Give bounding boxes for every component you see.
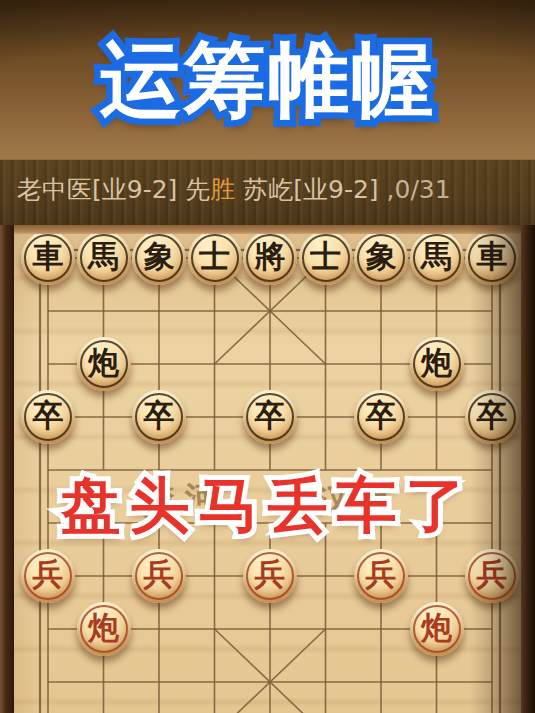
move-counter: ,0/31 (387, 175, 451, 204)
piece-character: 兵 (366, 559, 397, 590)
piece-red-兵[interactable]: 兵 (132, 549, 186, 603)
piece-red-兵[interactable]: 兵 (354, 549, 408, 603)
piece-character: 兵 (144, 559, 175, 590)
piece-black-炮[interactable]: 炮 (410, 337, 464, 391)
piece-black-卒[interactable]: 卒 (354, 390, 408, 444)
piece-character: 車 (33, 241, 64, 272)
piece-character: 馬 (421, 241, 452, 272)
piece-black-將[interactable]: 將 (243, 231, 297, 285)
xiangqi-app-screen: 运筹帷幄 运筹帷幄 老中医[业9-2] 先胜 苏屹[业9-2] ,0/31 楚河… (0, 0, 535, 713)
piece-black-士[interactable]: 士 (188, 231, 242, 285)
player-black: 苏屹[业9-2] (235, 175, 386, 204)
board-frame-top (0, 225, 535, 234)
piece-character: 炮 (421, 612, 452, 643)
caption-text: 盘头马丢车了 (0, 464, 535, 546)
piece-black-卒[interactable]: 卒 (132, 390, 186, 444)
piece-red-兵[interactable]: 兵 (243, 549, 297, 603)
piece-character: 象 (144, 241, 175, 272)
piece-character: 士 (310, 241, 341, 272)
piece-character: 炮 (421, 347, 452, 378)
piece-character: 馬 (88, 241, 119, 272)
piece-red-兵[interactable]: 兵 (21, 549, 75, 603)
piece-black-車[interactable]: 車 (21, 231, 75, 285)
piece-character: 將 (255, 241, 286, 272)
piece-character: 士 (199, 241, 230, 272)
piece-red-炮[interactable]: 炮 (410, 602, 464, 656)
piece-black-士[interactable]: 士 (299, 231, 353, 285)
caption-overlay: 盘头马丢车了 盘头马丢车了 (0, 464, 535, 546)
piece-character: 炮 (88, 612, 119, 643)
piece-character: 卒 (144, 400, 175, 431)
page-title-text: 运筹帷幄 (0, 28, 535, 132)
piece-character: 卒 (33, 400, 64, 431)
page-title: 运筹帷幄 运筹帷幄 (0, 28, 535, 132)
piece-character: 兵 (33, 559, 64, 590)
match-info-bar: 老中医[业9-2] 先胜 苏屹[业9-2] ,0/31 (0, 159, 535, 225)
piece-red-炮[interactable]: 炮 (77, 602, 131, 656)
piece-character: 象 (366, 241, 397, 272)
header-banner: 运筹帷幄 运筹帷幄 (0, 0, 535, 159)
result-win-char: 胜 (210, 175, 235, 204)
piece-character: 卒 (255, 400, 286, 431)
piece-black-馬[interactable]: 馬 (410, 231, 464, 285)
piece-black-象[interactable]: 象 (354, 231, 408, 285)
piece-black-卒[interactable]: 卒 (243, 390, 297, 444)
piece-character: 卒 (366, 400, 397, 431)
piece-black-象[interactable]: 象 (132, 231, 186, 285)
player-red-and-prefix: 老中医[业9-2] 先 (17, 175, 210, 204)
piece-black-炮[interactable]: 炮 (77, 337, 131, 391)
piece-black-卒[interactable]: 卒 (21, 390, 75, 444)
piece-black-馬[interactable]: 馬 (77, 231, 131, 285)
piece-character: 炮 (88, 347, 119, 378)
piece-character: 兵 (255, 559, 286, 590)
